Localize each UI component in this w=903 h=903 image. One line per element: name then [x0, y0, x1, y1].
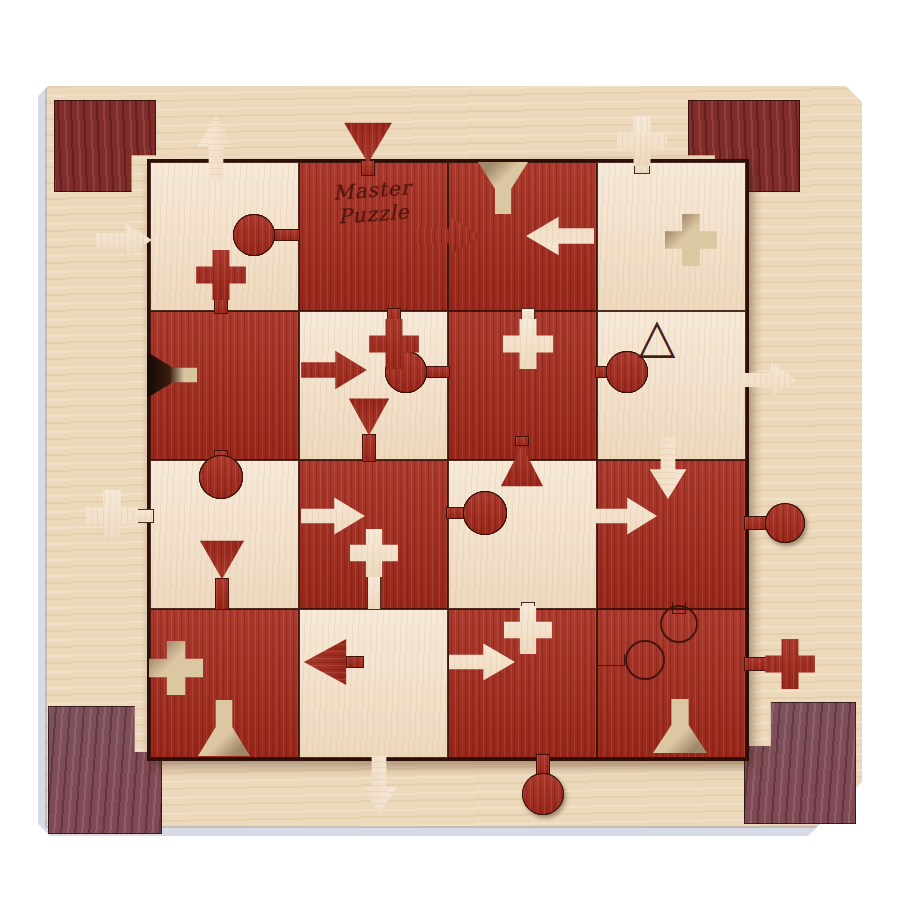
r2-c2c3-circle-stem [424, 366, 450, 378]
c2-r3r4-cross-stem [367, 574, 381, 610]
c4-r1r2-triangle-outline: △ [633, 310, 681, 354]
c2-r2r3-triangle-stem [362, 434, 376, 462]
r1-c1c2-circle-stem [272, 229, 300, 241]
right-r3-circle [765, 503, 805, 543]
r3-c2c3-circle [463, 491, 507, 535]
puzzle-piece-r2c1[interactable] [150, 311, 299, 460]
puzzle-photo: Master Puzzle △ [0, 0, 903, 903]
c1-r2r3-circle [199, 455, 243, 499]
right-r4-cross-stem [744, 657, 768, 671]
bottom-c3-circle [522, 773, 564, 815]
puzzle-piece-r4c2[interactable] [299, 609, 448, 758]
c1-r3r4-triangle-stem [215, 578, 229, 610]
r1-c1c2-circle [233, 214, 275, 256]
r4-c3c4-circle-outline-stem [597, 654, 625, 666]
r4-c3c4-circle-outline [625, 640, 665, 680]
engraving-title: Master Puzzle [306, 174, 439, 235]
r4-c1c2-triangle-stem [346, 656, 364, 668]
c3-r2r3-triangle-stem [515, 436, 529, 446]
c4-r3r4-circle-outline [660, 605, 698, 643]
